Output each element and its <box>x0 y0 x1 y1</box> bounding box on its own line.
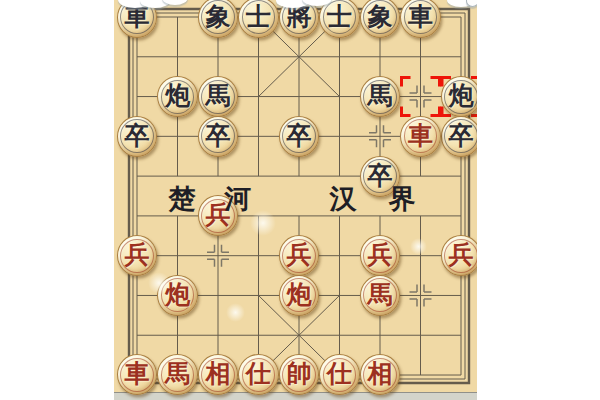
black-soldier[interactable]: 卒 <box>441 116 477 157</box>
board-cell: 馬 <box>360 77 401 117</box>
red-general[interactable]: 帥 <box>279 354 320 395</box>
red-soldier[interactable]: 兵 <box>441 235 477 276</box>
river-label-char: 界 <box>387 181 417 217</box>
board-cell: 士 <box>319 0 360 37</box>
black-chariot[interactable]: 車 <box>400 0 441 38</box>
piece-glyph: 馬 <box>368 282 393 307</box>
board-cell: 卒 <box>441 116 477 156</box>
river-label-char: 汉 <box>328 181 358 217</box>
board-cell: 象 <box>360 0 401 37</box>
piece-glyph: 仕 <box>246 361 271 386</box>
piece-glyph: 炮 <box>165 282 190 307</box>
piece-glyph: 炮 <box>449 83 474 108</box>
piece-glyph: 象 <box>368 4 393 29</box>
board-cell: 車 <box>400 0 441 37</box>
board-cell: 炮 <box>157 77 198 117</box>
piece-glyph: 士 <box>327 4 352 29</box>
piece-glyph: 車 <box>408 4 433 29</box>
board-cell: 帥 <box>279 355 320 395</box>
screenshot-root: { "game": "xiangqi", "window_title": "Ch… <box>0 0 600 400</box>
river-label-char: 河 <box>223 181 253 217</box>
red-advisor[interactable]: 仕 <box>238 354 279 395</box>
red-horse[interactable]: 馬 <box>360 275 401 316</box>
board-cell: 炮 <box>279 275 320 315</box>
piece-glyph: 象 <box>206 4 231 29</box>
piece-glyph: 車 <box>125 361 150 386</box>
board-cell: 車 <box>400 116 441 156</box>
red-elephant[interactable]: 相 <box>360 354 401 395</box>
piece-glyph: 相 <box>368 361 393 386</box>
piece-glyph: 卒 <box>206 123 231 148</box>
black-soldier[interactable]: 卒 <box>279 116 320 157</box>
piece-glyph: 炮 <box>165 83 190 108</box>
board-cell: 炮 <box>441 77 477 117</box>
black-elephant[interactable]: 象 <box>360 0 401 38</box>
red-advisor[interactable]: 仕 <box>319 354 360 395</box>
black-elephant[interactable]: 象 <box>198 0 239 38</box>
piece-glyph: 兵 <box>449 242 474 267</box>
board-cell: 炮 <box>157 275 198 315</box>
board-cell: 卒 <box>198 116 239 156</box>
black-soldier[interactable]: 卒 <box>198 116 239 157</box>
piece-glyph: 卒 <box>125 123 150 148</box>
red-cannon[interactable]: 炮 <box>279 275 320 316</box>
piece-glyph: 士 <box>246 4 271 29</box>
red-soldier[interactable]: 兵 <box>360 235 401 276</box>
piece-glyph: 馬 <box>165 361 190 386</box>
red-soldier[interactable]: 兵 <box>117 235 158 276</box>
black-horse[interactable]: 馬 <box>198 76 239 117</box>
board-cell: 仕 <box>238 355 279 395</box>
red-chariot[interactable]: 車 <box>400 116 441 157</box>
piece-glyph: 兵 <box>368 242 393 267</box>
river-label-char: 楚 <box>167 181 197 217</box>
piece-glyph: 馬 <box>206 83 231 108</box>
black-horse[interactable]: 馬 <box>360 76 401 117</box>
black-cannon[interactable]: 炮 <box>441 76 477 117</box>
red-elephant[interactable]: 相 <box>198 354 239 395</box>
piece-glyph: 卒 <box>449 123 474 148</box>
piece-glyph: 兵 <box>125 242 150 267</box>
piece-glyph: 帥 <box>287 361 312 386</box>
piece-glyph: 兵 <box>287 242 312 267</box>
board-cell: 馬 <box>360 275 401 315</box>
board-cell: 相 <box>360 355 401 395</box>
board-cell: 兵 <box>360 236 401 276</box>
game-window: 車象士將士象車炮馬馬炮卒卒卒卒卒車兵兵兵兵兵炮炮馬車馬相仕帥仕相 楚 河 汉 界 <box>114 0 477 400</box>
red-cannon[interactable]: 炮 <box>157 275 198 316</box>
black-advisor[interactable]: 士 <box>319 0 360 38</box>
board-cell: 相 <box>198 355 239 395</box>
board-cell: 兵 <box>117 236 158 276</box>
board-cell: 仕 <box>319 355 360 395</box>
board-cell: 兵 <box>441 236 477 276</box>
board-cell: 卒 <box>117 116 158 156</box>
piece-glyph: 相 <box>206 361 231 386</box>
black-cannon[interactable]: 炮 <box>157 76 198 117</box>
red-chariot[interactable]: 車 <box>117 354 158 395</box>
piece-glyph: 仕 <box>327 361 352 386</box>
board-cell: 象 <box>198 0 239 37</box>
board-cell: 士 <box>238 0 279 37</box>
red-horse[interactable]: 馬 <box>157 354 198 395</box>
piece-glyph: 馬 <box>368 83 393 108</box>
board-cell: 馬 <box>157 355 198 395</box>
board-cell: 車 <box>117 355 158 395</box>
black-soldier[interactable]: 卒 <box>117 116 158 157</box>
board-cell: 卒 <box>279 116 320 156</box>
black-advisor[interactable]: 士 <box>238 0 279 38</box>
piece-glyph: 炮 <box>287 282 312 307</box>
piece-glyph: 卒 <box>287 123 312 148</box>
red-soldier[interactable]: 兵 <box>279 235 320 276</box>
board-cell: 兵 <box>279 236 320 276</box>
board-cell: 馬 <box>198 77 239 117</box>
piece-glyph: 車 <box>408 123 433 148</box>
